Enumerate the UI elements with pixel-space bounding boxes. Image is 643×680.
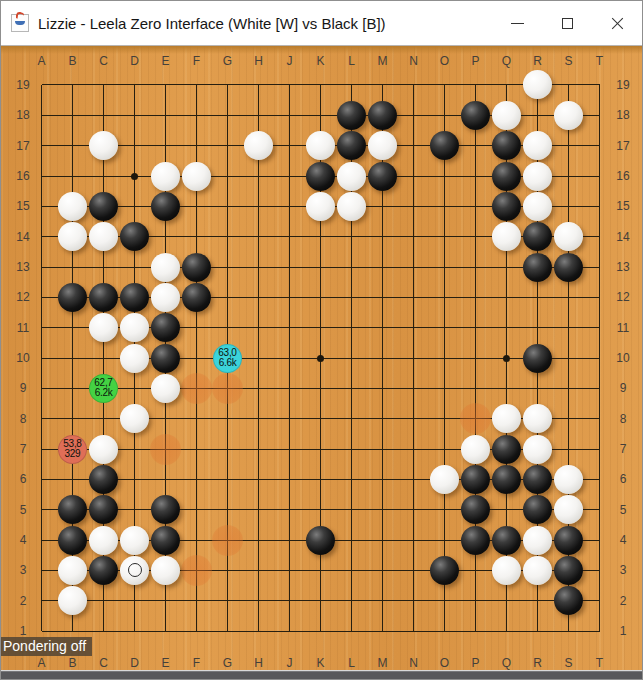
intersection-R14[interactable] — [522, 222, 553, 252]
intersection-L11[interactable] — [336, 313, 367, 343]
intersection-G3[interactable] — [212, 555, 243, 585]
intersection-H5[interactable] — [243, 495, 274, 525]
intersection-P5[interactable] — [460, 495, 491, 525]
intersection-H8[interactable] — [243, 404, 274, 434]
intersection-F3[interactable] — [181, 555, 212, 585]
intersection-D3[interactable] — [119, 555, 150, 585]
intersection-F9[interactable] — [181, 373, 212, 403]
intersection-P10[interactable] — [460, 343, 491, 373]
intersection-O5[interactable] — [429, 495, 460, 525]
maximize-button[interactable] — [542, 1, 592, 45]
intersection-R1[interactable] — [522, 616, 553, 646]
intersection-O1[interactable] — [429, 616, 460, 646]
intersection-L1[interactable] — [336, 616, 367, 646]
intersection-S4[interactable] — [553, 525, 584, 555]
intersection-P17[interactable] — [460, 130, 491, 160]
intersection-G4[interactable] — [212, 525, 243, 555]
intersection-O3[interactable] — [429, 555, 460, 585]
intersection-A14[interactable] — [26, 222, 57, 252]
intersection-H19[interactable] — [243, 70, 274, 100]
intersection-D14[interactable] — [119, 222, 150, 252]
intersection-N9[interactable] — [398, 373, 429, 403]
intersection-Q13[interactable] — [491, 252, 522, 282]
intersection-C4[interactable] — [88, 525, 119, 555]
intersection-L10[interactable] — [336, 343, 367, 373]
intersection-B18[interactable] — [57, 100, 88, 130]
intersection-K2[interactable] — [305, 586, 336, 616]
intersection-T4[interactable] — [584, 525, 615, 555]
candidate-move-B7[interactable]: 53,8329 — [58, 435, 87, 464]
intersection-B5[interactable] — [57, 495, 88, 525]
intersection-D5[interactable] — [119, 495, 150, 525]
intersection-N19[interactable] — [398, 70, 429, 100]
intersection-S2[interactable] — [553, 586, 584, 616]
intersection-T16[interactable] — [584, 161, 615, 191]
intersection-N14[interactable] — [398, 222, 429, 252]
intersection-M13[interactable] — [367, 252, 398, 282]
intersection-O4[interactable] — [429, 525, 460, 555]
intersection-C15[interactable] — [88, 191, 119, 221]
intersection-S11[interactable] — [553, 313, 584, 343]
intersection-F1[interactable] — [181, 616, 212, 646]
intersection-Q11[interactable] — [491, 313, 522, 343]
intersection-O2[interactable] — [429, 586, 460, 616]
intersection-N15[interactable] — [398, 191, 429, 221]
intersection-P12[interactable] — [460, 282, 491, 312]
intersection-E15[interactable] — [150, 191, 181, 221]
intersection-E13[interactable] — [150, 252, 181, 282]
intersection-K8[interactable] — [305, 404, 336, 434]
intersection-N13[interactable] — [398, 252, 429, 282]
intersection-P18[interactable] — [460, 100, 491, 130]
intersection-B16[interactable] — [57, 161, 88, 191]
intersection-A8[interactable] — [26, 404, 57, 434]
intersection-B3[interactable] — [57, 555, 88, 585]
intersection-G18[interactable] — [212, 100, 243, 130]
intersection-A16[interactable] — [26, 161, 57, 191]
intersection-B19[interactable] — [57, 70, 88, 100]
intersection-M5[interactable] — [367, 495, 398, 525]
intersection-F6[interactable] — [181, 464, 212, 494]
intersection-G11[interactable] — [212, 313, 243, 343]
intersection-E3[interactable] — [150, 555, 181, 585]
intersection-A10[interactable] — [26, 343, 57, 373]
intersection-O9[interactable] — [429, 373, 460, 403]
intersection-A17[interactable] — [26, 130, 57, 160]
intersection-H4[interactable] — [243, 525, 274, 555]
intersection-R12[interactable] — [522, 282, 553, 312]
intersection-N2[interactable] — [398, 586, 429, 616]
intersection-F2[interactable] — [181, 586, 212, 616]
intersection-K4[interactable] — [305, 525, 336, 555]
intersection-R6[interactable] — [522, 464, 553, 494]
intersection-M10[interactable] — [367, 343, 398, 373]
intersection-Q18[interactable] — [491, 100, 522, 130]
intersection-L14[interactable] — [336, 222, 367, 252]
intersection-P4[interactable] — [460, 525, 491, 555]
intersection-S15[interactable] — [553, 191, 584, 221]
intersection-Q12[interactable] — [491, 282, 522, 312]
intersection-C11[interactable] — [88, 313, 119, 343]
intersection-L3[interactable] — [336, 555, 367, 585]
intersection-N18[interactable] — [398, 100, 429, 130]
intersection-G13[interactable] — [212, 252, 243, 282]
intersection-D19[interactable] — [119, 70, 150, 100]
intersection-N11[interactable] — [398, 313, 429, 343]
intersection-E19[interactable] — [150, 70, 181, 100]
intersection-C19[interactable] — [88, 70, 119, 100]
intersection-F19[interactable] — [181, 70, 212, 100]
intersection-Q14[interactable] — [491, 222, 522, 252]
intersection-M2[interactable] — [367, 586, 398, 616]
intersection-E10[interactable] — [150, 343, 181, 373]
intersection-T10[interactable] — [584, 343, 615, 373]
intersection-B17[interactable] — [57, 130, 88, 160]
intersection-O14[interactable] — [429, 222, 460, 252]
intersection-Q7[interactable] — [491, 434, 522, 464]
intersection-L7[interactable] — [336, 434, 367, 464]
intersection-P2[interactable] — [460, 586, 491, 616]
intersection-E14[interactable] — [150, 222, 181, 252]
intersection-G15[interactable] — [212, 191, 243, 221]
intersection-H14[interactable] — [243, 222, 274, 252]
intersection-N1[interactable] — [398, 616, 429, 646]
intersection-B2[interactable] — [57, 586, 88, 616]
intersection-J4[interactable] — [274, 525, 305, 555]
intersection-A7[interactable] — [26, 434, 57, 464]
intersection-S6[interactable] — [553, 464, 584, 494]
intersection-O17[interactable] — [429, 130, 460, 160]
intersection-A5[interactable] — [26, 495, 57, 525]
intersection-E11[interactable] — [150, 313, 181, 343]
close-button[interactable] — [592, 1, 642, 45]
intersection-O13[interactable] — [429, 252, 460, 282]
intersection-C7[interactable] — [88, 434, 119, 464]
intersection-G8[interactable] — [212, 404, 243, 434]
intersection-A11[interactable] — [26, 313, 57, 343]
intersection-D9[interactable] — [119, 373, 150, 403]
intersection-F10[interactable] — [181, 343, 212, 373]
intersection-P14[interactable] — [460, 222, 491, 252]
intersection-S17[interactable] — [553, 130, 584, 160]
intersection-B9[interactable] — [57, 373, 88, 403]
intersection-H13[interactable] — [243, 252, 274, 282]
intersection-B15[interactable] — [57, 191, 88, 221]
intersection-K15[interactable] — [305, 191, 336, 221]
intersection-N6[interactable] — [398, 464, 429, 494]
intersection-S13[interactable] — [553, 252, 584, 282]
intersection-Q17[interactable] — [491, 130, 522, 160]
intersection-G2[interactable] — [212, 586, 243, 616]
intersection-E6[interactable] — [150, 464, 181, 494]
intersection-G17[interactable] — [212, 130, 243, 160]
intersection-B6[interactable] — [57, 464, 88, 494]
intersection-B10[interactable] — [57, 343, 88, 373]
intersection-K14[interactable] — [305, 222, 336, 252]
intersection-L5[interactable] — [336, 495, 367, 525]
intersection-O7[interactable] — [429, 434, 460, 464]
intersection-E16[interactable] — [150, 161, 181, 191]
intersection-T19[interactable] — [584, 70, 615, 100]
intersection-M11[interactable] — [367, 313, 398, 343]
intersection-C2[interactable] — [88, 586, 119, 616]
intersection-F18[interactable] — [181, 100, 212, 130]
intersection-F8[interactable] — [181, 404, 212, 434]
intersection-R19[interactable] — [522, 70, 553, 100]
intersection-R13[interactable] — [522, 252, 553, 282]
intersection-N12[interactable] — [398, 282, 429, 312]
intersection-M4[interactable] — [367, 525, 398, 555]
intersection-R17[interactable] — [522, 130, 553, 160]
intersection-B12[interactable] — [57, 282, 88, 312]
intersection-J6[interactable] — [274, 464, 305, 494]
intersection-J16[interactable] — [274, 161, 305, 191]
intersection-S1[interactable] — [553, 616, 584, 646]
intersection-C5[interactable] — [88, 495, 119, 525]
intersection-R8[interactable] — [522, 404, 553, 434]
intersection-C16[interactable] — [88, 161, 119, 191]
intersection-L9[interactable] — [336, 373, 367, 403]
intersection-Q8[interactable] — [491, 404, 522, 434]
intersection-C1[interactable] — [88, 616, 119, 646]
intersection-T13[interactable] — [584, 252, 615, 282]
intersection-T2[interactable] — [584, 586, 615, 616]
intersection-H15[interactable] — [243, 191, 274, 221]
intersection-D18[interactable] — [119, 100, 150, 130]
intersection-F16[interactable] — [181, 161, 212, 191]
intersection-E12[interactable] — [150, 282, 181, 312]
intersection-K12[interactable] — [305, 282, 336, 312]
intersection-F11[interactable] — [181, 313, 212, 343]
intersection-P15[interactable] — [460, 191, 491, 221]
intersection-B14[interactable] — [57, 222, 88, 252]
intersection-N3[interactable] — [398, 555, 429, 585]
intersection-E5[interactable] — [150, 495, 181, 525]
intersection-G12[interactable] — [212, 282, 243, 312]
intersection-E18[interactable] — [150, 100, 181, 130]
intersection-E9[interactable] — [150, 373, 181, 403]
intersection-P1[interactable] — [460, 616, 491, 646]
intersection-F5[interactable] — [181, 495, 212, 525]
intersection-M15[interactable] — [367, 191, 398, 221]
intersection-P19[interactable] — [460, 70, 491, 100]
intersection-T1[interactable] — [584, 616, 615, 646]
intersection-C13[interactable] — [88, 252, 119, 282]
intersection-B13[interactable] — [57, 252, 88, 282]
intersection-S5[interactable] — [553, 495, 584, 525]
intersection-O8[interactable] — [429, 404, 460, 434]
intersection-O16[interactable] — [429, 161, 460, 191]
intersection-J11[interactable] — [274, 313, 305, 343]
intersection-A13[interactable] — [26, 252, 57, 282]
intersection-P6[interactable] — [460, 464, 491, 494]
intersection-D6[interactable] — [119, 464, 150, 494]
intersection-H1[interactable] — [243, 616, 274, 646]
intersection-L2[interactable] — [336, 586, 367, 616]
intersection-A9[interactable] — [26, 373, 57, 403]
intersection-L16[interactable] — [336, 161, 367, 191]
intersection-O6[interactable] — [429, 464, 460, 494]
intersection-H11[interactable] — [243, 313, 274, 343]
intersection-L8[interactable] — [336, 404, 367, 434]
intersection-T11[interactable] — [584, 313, 615, 343]
intersection-D11[interactable] — [119, 313, 150, 343]
candidate-move-G10[interactable]: 63,06.6k — [213, 344, 242, 373]
intersection-H16[interactable] — [243, 161, 274, 191]
intersection-R16[interactable] — [522, 161, 553, 191]
intersection-P13[interactable] — [460, 252, 491, 282]
intersection-Q3[interactable] — [491, 555, 522, 585]
intersection-T8[interactable] — [584, 404, 615, 434]
intersection-L6[interactable] — [336, 464, 367, 494]
intersection-L17[interactable] — [336, 130, 367, 160]
intersection-N10[interactable] — [398, 343, 429, 373]
intersection-S16[interactable] — [553, 161, 584, 191]
intersection-Q19[interactable] — [491, 70, 522, 100]
intersection-Q4[interactable] — [491, 525, 522, 555]
intersection-Q5[interactable] — [491, 495, 522, 525]
intersection-F13[interactable] — [181, 252, 212, 282]
intersection-Q16[interactable] — [491, 161, 522, 191]
intersection-R9[interactable] — [522, 373, 553, 403]
intersection-K3[interactable] — [305, 555, 336, 585]
intersection-A19[interactable] — [26, 70, 57, 100]
intersection-J19[interactable] — [274, 70, 305, 100]
intersection-S8[interactable] — [553, 404, 584, 434]
intersection-M9[interactable] — [367, 373, 398, 403]
intersection-P16[interactable] — [460, 161, 491, 191]
intersection-P3[interactable] — [460, 555, 491, 585]
intersection-T3[interactable] — [584, 555, 615, 585]
intersection-K17[interactable] — [305, 130, 336, 160]
intersection-C3[interactable] — [88, 555, 119, 585]
intersection-C17[interactable] — [88, 130, 119, 160]
intersection-R18[interactable] — [522, 100, 553, 130]
intersection-Q1[interactable] — [491, 616, 522, 646]
intersection-M3[interactable] — [367, 555, 398, 585]
intersection-T7[interactable] — [584, 434, 615, 464]
intersection-F17[interactable] — [181, 130, 212, 160]
intersection-S7[interactable] — [553, 434, 584, 464]
intersection-L12[interactable] — [336, 282, 367, 312]
intersection-F4[interactable] — [181, 525, 212, 555]
intersection-D2[interactable] — [119, 586, 150, 616]
intersection-G6[interactable] — [212, 464, 243, 494]
intersection-T18[interactable] — [584, 100, 615, 130]
intersection-S10[interactable] — [553, 343, 584, 373]
intersection-R7[interactable] — [522, 434, 553, 464]
intersection-F12[interactable] — [181, 282, 212, 312]
intersection-H2[interactable] — [243, 586, 274, 616]
intersection-A2[interactable] — [26, 586, 57, 616]
intersection-L18[interactable] — [336, 100, 367, 130]
intersection-T15[interactable] — [584, 191, 615, 221]
intersection-H7[interactable] — [243, 434, 274, 464]
intersection-H10[interactable] — [243, 343, 274, 373]
intersection-H12[interactable] — [243, 282, 274, 312]
intersection-E1[interactable] — [150, 616, 181, 646]
intersection-A4[interactable] — [26, 525, 57, 555]
intersection-A15[interactable] — [26, 191, 57, 221]
intersection-G10[interactable]: 63,06.6k — [212, 343, 243, 373]
intersection-O15[interactable] — [429, 191, 460, 221]
intersection-R15[interactable] — [522, 191, 553, 221]
intersection-E2[interactable] — [150, 586, 181, 616]
intersection-J13[interactable] — [274, 252, 305, 282]
intersection-Q9[interactable] — [491, 373, 522, 403]
intersection-A18[interactable] — [26, 100, 57, 130]
intersection-K16[interactable] — [305, 161, 336, 191]
intersection-S18[interactable] — [553, 100, 584, 130]
intersection-T9[interactable] — [584, 373, 615, 403]
intersection-A12[interactable] — [26, 282, 57, 312]
intersection-C18[interactable] — [88, 100, 119, 130]
intersection-J7[interactable] — [274, 434, 305, 464]
intersection-E4[interactable] — [150, 525, 181, 555]
intersection-N8[interactable] — [398, 404, 429, 434]
intersection-R4[interactable] — [522, 525, 553, 555]
intersection-K18[interactable] — [305, 100, 336, 130]
intersection-R11[interactable] — [522, 313, 553, 343]
intersection-T14[interactable] — [584, 222, 615, 252]
intersection-Q10[interactable] — [491, 343, 522, 373]
intersection-B8[interactable] — [57, 404, 88, 434]
intersection-F7[interactable] — [181, 434, 212, 464]
intersection-H9[interactable] — [243, 373, 274, 403]
intersection-S19[interactable] — [553, 70, 584, 100]
intersection-N17[interactable] — [398, 130, 429, 160]
intersection-P11[interactable] — [460, 313, 491, 343]
intersection-P8[interactable] — [460, 404, 491, 434]
intersection-K1[interactable] — [305, 616, 336, 646]
intersection-O19[interactable] — [429, 70, 460, 100]
intersection-F15[interactable] — [181, 191, 212, 221]
intersection-L4[interactable] — [336, 525, 367, 555]
intersection-D13[interactable] — [119, 252, 150, 282]
intersection-M19[interactable] — [367, 70, 398, 100]
intersection-O18[interactable] — [429, 100, 460, 130]
intersection-J12[interactable] — [274, 282, 305, 312]
intersection-H17[interactable] — [243, 130, 274, 160]
intersection-G7[interactable] — [212, 434, 243, 464]
intersection-J14[interactable] — [274, 222, 305, 252]
intersection-G5[interactable] — [212, 495, 243, 525]
intersection-Q2[interactable] — [491, 586, 522, 616]
intersection-R5[interactable] — [522, 495, 553, 525]
intersection-B4[interactable] — [57, 525, 88, 555]
intersection-D16[interactable] — [119, 161, 150, 191]
intersection-R3[interactable] — [522, 555, 553, 585]
intersection-S3[interactable] — [553, 555, 584, 585]
intersection-J9[interactable] — [274, 373, 305, 403]
intersection-J17[interactable] — [274, 130, 305, 160]
intersection-N4[interactable] — [398, 525, 429, 555]
intersection-G19[interactable] — [212, 70, 243, 100]
intersection-D8[interactable] — [119, 404, 150, 434]
intersection-N7[interactable] — [398, 434, 429, 464]
intersection-G9[interactable] — [212, 373, 243, 403]
intersection-T12[interactable] — [584, 282, 615, 312]
intersection-D4[interactable] — [119, 525, 150, 555]
intersection-S9[interactable] — [553, 373, 584, 403]
intersection-M8[interactable] — [367, 404, 398, 434]
intersection-D7[interactable] — [119, 434, 150, 464]
intersection-K11[interactable] — [305, 313, 336, 343]
intersection-D12[interactable] — [119, 282, 150, 312]
intersection-M16[interactable] — [367, 161, 398, 191]
intersection-D17[interactable] — [119, 130, 150, 160]
intersection-D15[interactable] — [119, 191, 150, 221]
